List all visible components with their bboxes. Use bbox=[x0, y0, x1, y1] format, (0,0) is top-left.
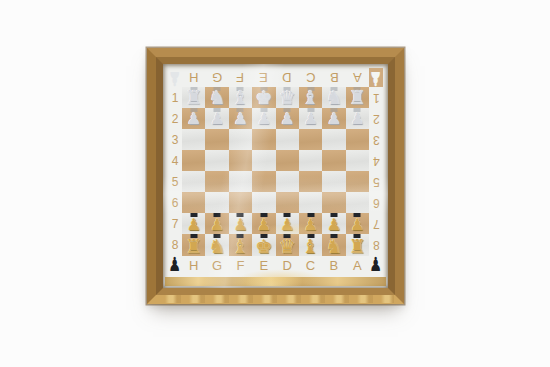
piece-silver-pawn: ♟ bbox=[187, 111, 201, 127]
square-h5 bbox=[182, 171, 205, 192]
square-f8: ♝ bbox=[229, 234, 252, 256]
square-c3 bbox=[299, 129, 322, 150]
corner-pawn-icon: ♟ bbox=[169, 68, 182, 88]
piece-silver-pawn: ♟ bbox=[233, 111, 247, 127]
square-a7: ♟ bbox=[346, 213, 369, 234]
piece-silver-pawn: ♟ bbox=[327, 111, 341, 127]
square-e2: ♟ bbox=[252, 108, 275, 129]
piece-silver-queen: ♛ bbox=[279, 88, 296, 107]
file-label-text: F bbox=[236, 71, 244, 84]
file-label-text: G bbox=[212, 71, 222, 84]
piece-silver-pawn: ♟ bbox=[280, 111, 294, 127]
square-g2: ♟ bbox=[205, 108, 228, 129]
square-c6 bbox=[299, 192, 322, 213]
file-label-text: B bbox=[330, 259, 339, 272]
corner-bottom-left: ♟ bbox=[168, 256, 182, 275]
square-b8: ♞ bbox=[322, 234, 345, 256]
rank-label-left-4: 4 bbox=[168, 150, 182, 171]
rank-label-left-5: 5 bbox=[168, 171, 182, 192]
square-c4 bbox=[299, 150, 322, 171]
piece-gold-king: ♚ bbox=[255, 237, 272, 256]
piece-gold-bishop: ♝ bbox=[232, 237, 249, 256]
square-f1: ♝ bbox=[229, 87, 252, 108]
square-g5 bbox=[205, 171, 228, 192]
rank-label-text: 6 bbox=[373, 197, 380, 209]
rank-label-text: 1 bbox=[373, 92, 380, 104]
file-label-top-D: D bbox=[276, 68, 299, 87]
rank-label-text: 2 bbox=[373, 113, 380, 125]
square-c7: ♟ bbox=[299, 213, 322, 234]
rank-label-text: 3 bbox=[172, 134, 179, 146]
file-label-bottom-A: A bbox=[346, 256, 369, 275]
square-f5 bbox=[229, 171, 252, 192]
square-g4 bbox=[205, 150, 228, 171]
rank-label-right-3: 3 bbox=[369, 129, 383, 150]
piece-gold-knight: ♞ bbox=[209, 237, 226, 256]
file-label-text: F bbox=[236, 259, 244, 272]
square-e5 bbox=[252, 171, 275, 192]
file-label-text: A bbox=[353, 71, 362, 84]
piece-silver-pawn: ♟ bbox=[257, 111, 271, 127]
piece-silver-knight: ♞ bbox=[209, 88, 226, 107]
piece-gold-pawn: ♟ bbox=[257, 217, 271, 233]
file-label-top-H: H bbox=[182, 68, 205, 87]
square-c2: ♟ bbox=[299, 108, 322, 129]
file-label-top-C: C bbox=[299, 68, 322, 87]
board-grid: ♟HGFEDCBA♟1♜♞♝♚♛♝♞♜12♟♟♟♟♟♟♟♟2334455667♟… bbox=[168, 68, 383, 275]
square-h8: ♜ bbox=[182, 234, 205, 256]
piece-gold-pawn: ♟ bbox=[187, 217, 201, 233]
corner-top-left: ♟ bbox=[168, 68, 182, 87]
piece-silver-rook: ♜ bbox=[349, 88, 366, 107]
file-label-top-A: A bbox=[346, 68, 369, 87]
square-e6 bbox=[252, 192, 275, 213]
file-label-top-F: F bbox=[229, 68, 252, 87]
piece-silver-bishop: ♝ bbox=[232, 88, 249, 107]
square-b5 bbox=[322, 171, 345, 192]
rank-label-left-1: 1 bbox=[168, 87, 182, 108]
piece-gold-rook: ♜ bbox=[349, 237, 366, 256]
file-label-bottom-B: B bbox=[322, 256, 345, 275]
file-label-text: A bbox=[353, 259, 362, 272]
rank-label-left-2: 2 bbox=[168, 108, 182, 129]
file-label-top-E: E bbox=[252, 68, 275, 87]
square-h3 bbox=[182, 129, 205, 150]
file-label-text: C bbox=[306, 71, 315, 84]
file-label-bottom-D: D bbox=[276, 256, 299, 275]
piece-silver-pawn: ♟ bbox=[303, 111, 317, 127]
rank-label-text: 6 bbox=[172, 197, 179, 209]
rank-label-right-4: 4 bbox=[369, 150, 383, 171]
file-label-bottom-G: G bbox=[205, 256, 228, 275]
square-g6 bbox=[205, 192, 228, 213]
rank-label-text: 8 bbox=[373, 239, 380, 251]
file-label-text: E bbox=[259, 259, 268, 272]
square-h2: ♟ bbox=[182, 108, 205, 129]
rank-label-left-3: 3 bbox=[168, 129, 182, 150]
square-g8: ♞ bbox=[205, 234, 228, 256]
file-label-text: C bbox=[306, 259, 315, 272]
piece-gold-pawn: ♟ bbox=[280, 217, 294, 233]
glass-panel: ♟HGFEDCBA♟1♜♞♝♚♛♝♞♜12♟♟♟♟♟♟♟♟2334455667♟… bbox=[163, 64, 388, 288]
corner-top-right: ♟ bbox=[369, 68, 383, 87]
file-label-text: D bbox=[282, 259, 291, 272]
square-f4 bbox=[229, 150, 252, 171]
file-label-text: H bbox=[189, 259, 198, 272]
rank-label-text: 1 bbox=[172, 92, 179, 104]
piece-gold-queen: ♛ bbox=[279, 237, 296, 256]
product-photo: ♟HGFEDCBA♟1♜♞♝♚♛♝♞♜12♟♟♟♟♟♟♟♟2334455667♟… bbox=[0, 0, 550, 367]
rank-label-text: 2 bbox=[172, 113, 179, 125]
rank-label-right-6: 6 bbox=[369, 192, 383, 213]
file-label-bottom-E: E bbox=[252, 256, 275, 275]
rank-label-right-2: 2 bbox=[369, 108, 383, 129]
square-c5 bbox=[299, 171, 322, 192]
frame-bottom-highlight bbox=[157, 295, 394, 303]
rank-label-right-5: 5 bbox=[369, 171, 383, 192]
square-d1: ♛ bbox=[276, 87, 299, 108]
glass-bottom-reflection bbox=[165, 277, 386, 286]
square-g7: ♟ bbox=[205, 213, 228, 234]
rank-label-right-7: 7 bbox=[369, 213, 383, 234]
square-b6 bbox=[322, 192, 345, 213]
rank-label-text: 8 bbox=[172, 239, 179, 251]
square-b1: ♞ bbox=[322, 87, 345, 108]
square-f2: ♟ bbox=[229, 108, 252, 129]
rank-label-text: 4 bbox=[373, 155, 380, 167]
square-e8: ♚ bbox=[252, 234, 275, 256]
piece-gold-pawn: ♟ bbox=[350, 217, 364, 233]
piece-gold-pawn: ♟ bbox=[303, 217, 317, 233]
file-label-top-G: G bbox=[205, 68, 228, 87]
file-label-top-B: B bbox=[322, 68, 345, 87]
piece-silver-bishop: ♝ bbox=[302, 88, 319, 107]
piece-gold-rook: ♜ bbox=[185, 237, 202, 256]
square-d6 bbox=[276, 192, 299, 213]
square-d7: ♟ bbox=[276, 213, 299, 234]
square-a3 bbox=[346, 129, 369, 150]
square-b4 bbox=[322, 150, 345, 171]
file-label-text: D bbox=[282, 71, 291, 84]
rank-label-text: 4 bbox=[172, 155, 179, 167]
square-h6 bbox=[182, 192, 205, 213]
piece-gold-pawn: ♟ bbox=[233, 217, 247, 233]
square-a4 bbox=[346, 150, 369, 171]
rank-label-text: 5 bbox=[172, 176, 179, 188]
square-c1: ♝ bbox=[299, 87, 322, 108]
square-b2: ♟ bbox=[322, 108, 345, 129]
rank-label-text: 7 bbox=[373, 218, 380, 230]
corner-pawn-icon: ♟ bbox=[370, 68, 383, 88]
corner-bottom-right: ♟ bbox=[369, 256, 383, 275]
square-e1: ♚ bbox=[252, 87, 275, 108]
square-g1: ♞ bbox=[205, 87, 228, 108]
rank-label-text: 7 bbox=[172, 218, 179, 230]
square-b3 bbox=[322, 129, 345, 150]
square-b7: ♟ bbox=[322, 213, 345, 234]
picture-frame: ♟HGFEDCBA♟1♜♞♝♚♛♝♞♜12♟♟♟♟♟♟♟♟2334455667♟… bbox=[147, 48, 404, 304]
piece-silver-pawn: ♟ bbox=[350, 111, 364, 127]
square-d4 bbox=[276, 150, 299, 171]
square-e7: ♟ bbox=[252, 213, 275, 234]
rank-label-left-6: 6 bbox=[168, 192, 182, 213]
square-g3 bbox=[205, 129, 228, 150]
square-a1: ♜ bbox=[346, 87, 369, 108]
square-d3 bbox=[276, 129, 299, 150]
square-d5 bbox=[276, 171, 299, 192]
corner-pawn-icon: ♟ bbox=[169, 256, 182, 276]
file-label-text: H bbox=[189, 71, 198, 84]
file-label-text: G bbox=[212, 259, 222, 272]
square-a5 bbox=[346, 171, 369, 192]
rank-label-right-1: 1 bbox=[369, 87, 383, 108]
piece-silver-rook: ♜ bbox=[185, 88, 202, 107]
file-label-bottom-F: F bbox=[229, 256, 252, 275]
file-label-text: B bbox=[330, 71, 339, 84]
square-a2: ♟ bbox=[346, 108, 369, 129]
piece-silver-king: ♚ bbox=[255, 88, 272, 107]
square-f7: ♟ bbox=[229, 213, 252, 234]
square-h4 bbox=[182, 150, 205, 171]
rank-label-left-7: 7 bbox=[168, 213, 182, 234]
corner-pawn-icon: ♟ bbox=[370, 256, 383, 276]
rank-label-text: 5 bbox=[373, 176, 380, 188]
square-e3 bbox=[252, 129, 275, 150]
square-c8: ♝ bbox=[299, 234, 322, 256]
piece-gold-knight: ♞ bbox=[325, 237, 342, 256]
file-label-text: E bbox=[259, 71, 268, 84]
square-d8: ♛ bbox=[276, 234, 299, 256]
square-d2: ♟ bbox=[276, 108, 299, 129]
square-a6 bbox=[346, 192, 369, 213]
square-f3 bbox=[229, 129, 252, 150]
rank-label-text: 3 bbox=[373, 134, 380, 146]
file-label-bottom-C: C bbox=[299, 256, 322, 275]
piece-gold-pawn: ♟ bbox=[210, 217, 224, 233]
piece-gold-bishop: ♝ bbox=[302, 237, 319, 256]
piece-silver-knight: ♞ bbox=[325, 88, 342, 107]
square-f6 bbox=[229, 192, 252, 213]
square-a8: ♜ bbox=[346, 234, 369, 256]
square-h1: ♜ bbox=[182, 87, 205, 108]
square-e4 bbox=[252, 150, 275, 171]
file-label-bottom-H: H bbox=[182, 256, 205, 275]
piece-gold-pawn: ♟ bbox=[327, 217, 341, 233]
square-h7: ♟ bbox=[182, 213, 205, 234]
piece-silver-pawn: ♟ bbox=[210, 111, 224, 127]
